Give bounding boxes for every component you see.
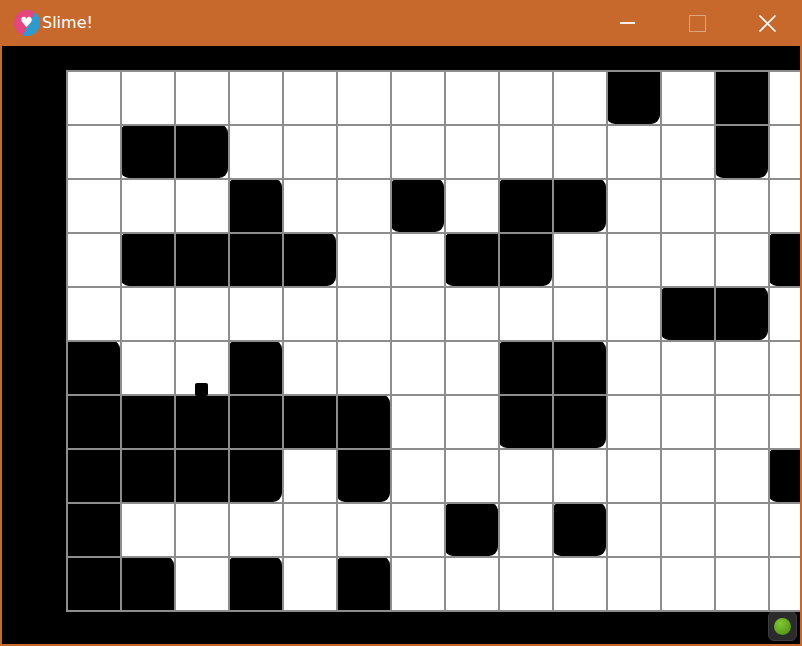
cell-6-4[interactable] [282, 394, 336, 448]
cell-7-0[interactable] [66, 448, 120, 502]
close-icon [758, 14, 777, 33]
cell-5-12[interactable] [714, 340, 768, 394]
cell-1-5[interactable] [336, 124, 390, 178]
cell-4-7[interactable] [444, 286, 498, 340]
player-square [195, 383, 208, 396]
cell-9-2[interactable] [174, 556, 228, 610]
green-dot-icon [774, 618, 791, 635]
cell-1-9[interactable] [552, 124, 606, 178]
cell-6-6[interactable] [390, 394, 444, 448]
cell-5-3[interactable] [228, 340, 282, 394]
cell-2-13[interactable] [768, 178, 800, 232]
cell-3-4[interactable] [282, 232, 336, 286]
cell-6-1[interactable] [120, 394, 174, 448]
cell-9-8[interactable] [498, 556, 552, 610]
cell-7-6[interactable] [390, 448, 444, 502]
cell-5-5[interactable] [336, 340, 390, 394]
cell-1-6[interactable] [390, 124, 444, 178]
cell-4-8[interactable] [498, 286, 552, 340]
cell-1-2[interactable] [174, 124, 228, 178]
cell-6-9[interactable] [552, 394, 606, 448]
cell-3-1[interactable] [120, 232, 174, 286]
cell-7-8[interactable] [498, 448, 552, 502]
cell-3-6[interactable] [390, 232, 444, 286]
cell-6-5[interactable] [336, 394, 390, 448]
cell-3-8[interactable] [498, 232, 552, 286]
cell-9-12[interactable] [714, 556, 768, 610]
cell-7-1[interactable] [120, 448, 174, 502]
cell-2-5[interactable] [336, 178, 390, 232]
cell-4-0[interactable] [66, 286, 120, 340]
cell-7-13[interactable] [768, 448, 800, 502]
titlebar: ♥ Slime! [0, 0, 802, 46]
app-icon: ♥ [14, 10, 40, 36]
cell-8-7[interactable] [444, 502, 498, 556]
cell-9-13[interactable] [768, 556, 800, 610]
cell-1-1[interactable] [120, 124, 174, 178]
cell-9-1[interactable] [120, 556, 174, 610]
cell-7-7[interactable] [444, 448, 498, 502]
cell-5-10[interactable] [606, 340, 660, 394]
cell-5-13[interactable] [768, 340, 800, 394]
app-window: ♥ Slime! [0, 0, 802, 646]
maximize-icon [689, 15, 706, 32]
cell-8-13[interactable] [768, 502, 800, 556]
cell-0-5[interactable] [336, 70, 390, 124]
cell-9-0[interactable] [66, 556, 120, 610]
cell-9-10[interactable] [606, 556, 660, 610]
cell-4-12[interactable] [714, 286, 768, 340]
cell-8-5[interactable] [336, 502, 390, 556]
cell-2-7[interactable] [444, 178, 498, 232]
cell-5-1[interactable] [120, 340, 174, 394]
cell-3-7[interactable] [444, 232, 498, 286]
cell-8-9[interactable] [552, 502, 606, 556]
cell-8-10[interactable] [606, 502, 660, 556]
cell-0-10[interactable] [606, 70, 660, 124]
cell-7-2[interactable] [174, 448, 228, 502]
cell-9-3[interactable] [228, 556, 282, 610]
cell-3-9[interactable] [552, 232, 606, 286]
cell-8-12[interactable] [714, 502, 768, 556]
cell-7-11[interactable] [660, 448, 714, 502]
cell-1-7[interactable] [444, 124, 498, 178]
cell-5-8[interactable] [498, 340, 552, 394]
cell-3-12[interactable] [714, 232, 768, 286]
cell-2-12[interactable] [714, 178, 768, 232]
cell-9-5[interactable] [336, 556, 390, 610]
cell-0-9[interactable] [552, 70, 606, 124]
window-controls [592, 0, 802, 46]
cell-4-10[interactable] [606, 286, 660, 340]
cell-5-9[interactable] [552, 340, 606, 394]
cell-1-3[interactable] [228, 124, 282, 178]
cell-4-4[interactable] [282, 286, 336, 340]
cell-2-9[interactable] [552, 178, 606, 232]
cell-0-12[interactable] [714, 70, 768, 124]
cell-0-3[interactable] [228, 70, 282, 124]
cell-9-4[interactable] [282, 556, 336, 610]
cell-1-11[interactable] [660, 124, 714, 178]
cell-4-5[interactable] [336, 286, 390, 340]
cell-1-0[interactable] [66, 124, 120, 178]
cell-8-8[interactable] [498, 502, 552, 556]
cell-4-6[interactable] [390, 286, 444, 340]
cell-7-3[interactable] [228, 448, 282, 502]
cell-1-13[interactable] [768, 124, 800, 178]
cell-2-2[interactable] [174, 178, 228, 232]
cell-1-10[interactable] [606, 124, 660, 178]
cell-3-11[interactable] [660, 232, 714, 286]
cell-6-7[interactable] [444, 394, 498, 448]
cell-9-9[interactable] [552, 556, 606, 610]
cell-9-11[interactable] [660, 556, 714, 610]
status-button[interactable] [768, 611, 797, 641]
cell-4-2[interactable] [174, 286, 228, 340]
cell-1-8[interactable] [498, 124, 552, 178]
cell-7-10[interactable] [606, 448, 660, 502]
cell-7-12[interactable] [714, 448, 768, 502]
close-button[interactable] [732, 0, 802, 46]
cell-2-11[interactable] [660, 178, 714, 232]
cell-8-6[interactable] [390, 502, 444, 556]
cell-0-4[interactable] [282, 70, 336, 124]
cell-4-1[interactable] [120, 286, 174, 340]
cell-2-6[interactable] [390, 178, 444, 232]
cell-3-13[interactable] [768, 232, 800, 286]
game-area [2, 46, 800, 644]
cell-6-0[interactable] [66, 394, 120, 448]
cell-3-2[interactable] [174, 232, 228, 286]
minimize-button[interactable] [592, 0, 662, 46]
cell-5-7[interactable] [444, 340, 498, 394]
cell-4-3[interactable] [228, 286, 282, 340]
cell-0-1[interactable] [120, 70, 174, 124]
minimize-icon [620, 22, 635, 24]
maximize-button[interactable] [662, 0, 732, 46]
cell-6-12[interactable] [714, 394, 768, 448]
cell-2-1[interactable] [120, 178, 174, 232]
cell-3-3[interactable] [228, 232, 282, 286]
cell-7-4[interactable] [282, 448, 336, 502]
cell-6-3[interactable] [228, 394, 282, 448]
cell-6-13[interactable] [768, 394, 800, 448]
cell-7-5[interactable] [336, 448, 390, 502]
cell-1-12[interactable] [714, 124, 768, 178]
cell-8-2[interactable] [174, 502, 228, 556]
cell-0-13[interactable] [768, 70, 800, 124]
cell-1-4[interactable] [282, 124, 336, 178]
cell-0-2[interactable] [174, 70, 228, 124]
cell-8-1[interactable] [120, 502, 174, 556]
cell-0-11[interactable] [660, 70, 714, 124]
heart-icon: ♥ [20, 15, 33, 29]
cell-6-2[interactable] [174, 394, 228, 448]
cell-0-7[interactable] [444, 70, 498, 124]
cell-6-10[interactable] [606, 394, 660, 448]
cell-8-0[interactable] [66, 502, 120, 556]
cell-2-4[interactable] [282, 178, 336, 232]
cell-9-6[interactable] [390, 556, 444, 610]
cell-5-4[interactable] [282, 340, 336, 394]
cell-4-11[interactable] [660, 286, 714, 340]
cell-5-11[interactable] [660, 340, 714, 394]
cell-8-3[interactable] [228, 502, 282, 556]
cell-0-8[interactable] [498, 70, 552, 124]
cell-0-6[interactable] [390, 70, 444, 124]
cell-2-3[interactable] [228, 178, 282, 232]
cell-5-6[interactable] [390, 340, 444, 394]
cell-7-9[interactable] [552, 448, 606, 502]
cell-3-0[interactable] [66, 232, 120, 286]
cell-4-9[interactable] [552, 286, 606, 340]
window-title: Slime! [42, 0, 93, 46]
cell-8-4[interactable] [282, 502, 336, 556]
cell-6-11[interactable] [660, 394, 714, 448]
cell-2-8[interactable] [498, 178, 552, 232]
cell-2-0[interactable] [66, 178, 120, 232]
cell-0-0[interactable] [66, 70, 120, 124]
cell-3-10[interactable] [606, 232, 660, 286]
cell-3-5[interactable] [336, 232, 390, 286]
cell-6-8[interactable] [498, 394, 552, 448]
cell-4-13[interactable] [768, 286, 800, 340]
cell-9-7[interactable] [444, 556, 498, 610]
cell-8-11[interactable] [660, 502, 714, 556]
cell-2-10[interactable] [606, 178, 660, 232]
cell-5-0[interactable] [66, 340, 120, 394]
game-board[interactable] [66, 70, 800, 612]
